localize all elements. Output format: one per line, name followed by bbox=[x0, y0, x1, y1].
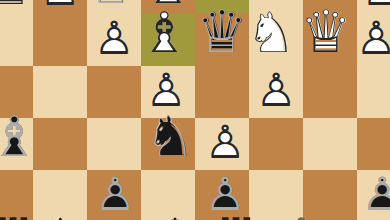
square-rowB-col5[interactable]: ♞♘ bbox=[249, 14, 303, 66]
square-rowD-col4[interactable]: ♟♙ bbox=[195, 118, 249, 170]
square-rowD-col3[interactable]: ♞♘ bbox=[141, 118, 195, 170]
square-rowA-col1[interactable]: ♟♙ bbox=[33, 0, 87, 14]
square-rowB-col6[interactable]: ♛♕ bbox=[303, 14, 357, 66]
wP-outline-layer: ♙ bbox=[204, 119, 245, 165]
square-rowC-col7[interactable] bbox=[357, 66, 390, 118]
white-piece-wP[interactable]: ♟♙ bbox=[253, 75, 299, 113]
wP-outline-layer: ♙ bbox=[355, 15, 390, 61]
wB-outline-layer: ♗ bbox=[139, 5, 189, 61]
square-rowD-col7[interactable] bbox=[357, 118, 390, 170]
bQ-outline-layer: ♕ bbox=[196, 3, 248, 61]
peeking-piece-top: ♜ bbox=[214, 212, 259, 220]
square-rowD-col2[interactable] bbox=[87, 118, 141, 170]
peeking-piece-top: ♝ bbox=[279, 212, 324, 220]
square-rowC-col4[interactable] bbox=[195, 66, 249, 118]
chess-board-screenshot: ♜♖♟♙♛♕♝♗♟♙♟♙♝♗♛♕♞♘♛♕♟♙♟♙♟♙♝♗♞♘♟♙♟♙♟♙♟♙ ♜… bbox=[0, 0, 390, 220]
square-rowD-col5[interactable] bbox=[249, 118, 303, 170]
square-rowB-col7[interactable]: ♟♙ bbox=[357, 14, 390, 66]
square-rowD-col1[interactable] bbox=[33, 118, 87, 170]
white-piece-wP[interactable]: ♟♙ bbox=[91, 23, 137, 61]
square-rowC-col1[interactable] bbox=[33, 66, 87, 118]
square-rowB-col2[interactable]: ♟♙ bbox=[87, 14, 141, 66]
white-piece-wQ[interactable]: ♛♕ bbox=[297, 13, 355, 61]
square-rowB-col3-highlighted[interactable]: ♝♗ bbox=[141, 14, 195, 66]
white-piece-wP[interactable]: ♟♙ bbox=[202, 127, 248, 165]
square-rowB-col0[interactable] bbox=[0, 14, 33, 66]
peeking-piece-top: ♚ bbox=[153, 212, 198, 220]
bN-outline-layer: ♘ bbox=[145, 109, 195, 165]
bP-outline-layer: ♙ bbox=[361, 171, 390, 217]
square-rowC-col5[interactable]: ♟♙ bbox=[249, 66, 303, 118]
square-rowD-col6[interactable] bbox=[303, 118, 357, 170]
black-piece-bN[interactable]: ♞♘ bbox=[142, 119, 198, 165]
wP-outline-layer: ♙ bbox=[93, 15, 134, 61]
wQ-outline-layer: ♕ bbox=[300, 3, 352, 61]
white-piece-wN[interactable]: ♞♘ bbox=[243, 15, 299, 61]
square-rowE-col7[interactable]: ♟♙ bbox=[357, 170, 390, 220]
wP-outline-layer: ♙ bbox=[255, 67, 296, 113]
wP-outline-layer: ♙ bbox=[39, 0, 80, 12]
square-rowB-col4[interactable]: ♛♕ bbox=[195, 14, 249, 66]
square-rowC-col6[interactable] bbox=[303, 66, 357, 118]
wN-outline-layer: ♘ bbox=[246, 5, 296, 61]
peeking-piece-top: ♞ bbox=[40, 212, 85, 220]
square-rowB-col1[interactable] bbox=[33, 14, 87, 66]
chess-board: ♜♖♟♙♛♕♝♗♟♙♟♙♝♗♛♕♞♘♛♕♟♙♟♙♟♙♝♗♞♘♟♙♟♙♟♙♟♙ bbox=[0, 0, 390, 220]
square-rowA-col0[interactable]: ♜♖ bbox=[0, 0, 33, 14]
square-rowD-col0[interactable]: ♝♗ bbox=[0, 118, 33, 170]
peeking-piece-top: ♜ bbox=[0, 212, 35, 220]
black-piece-bP[interactable]: ♟♙ bbox=[359, 179, 390, 217]
square-rowC-col2[interactable] bbox=[87, 66, 141, 118]
black-piece-bP[interactable]: ♟♙ bbox=[92, 179, 138, 217]
bP-outline-layer: ♙ bbox=[94, 171, 135, 217]
square-rowE-col2[interactable]: ♟♙ bbox=[87, 170, 141, 220]
white-piece-wP[interactable]: ♟♙ bbox=[37, 0, 83, 12]
white-piece-wB[interactable]: ♝♗ bbox=[136, 15, 192, 61]
white-piece-wR[interactable]: ♜♖ bbox=[0, 0, 34, 12]
wR-outline-layer: ♖ bbox=[0, 0, 31, 12]
white-piece-wP[interactable]: ♟♙ bbox=[353, 23, 390, 61]
